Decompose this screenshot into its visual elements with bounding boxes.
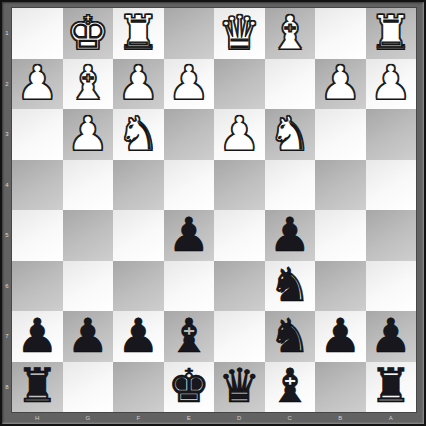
square-f1[interactable]: ♜ [113,8,164,59]
white-pawn-piece: ♟ [319,59,361,106]
white-pawn-piece: ♟ [370,59,412,106]
white-rook-piece: ♜ [117,9,159,56]
square-b2[interactable]: ♟ [315,59,366,110]
white-pawn-piece: ♟ [117,59,159,106]
rank-label-3: 3 [2,109,12,160]
white-bishop-piece: ♝ [269,9,311,56]
file-labels: HGFEDCBA [12,412,416,424]
square-a5[interactable] [366,210,417,261]
black-rook-piece: ♜ [370,362,412,409]
square-h1[interactable] [12,8,63,59]
black-pawn-piece: ♟ [168,211,210,258]
square-g4[interactable] [63,160,114,211]
white-pawn-piece: ♟ [168,59,210,106]
square-f5[interactable] [113,210,164,261]
square-g2[interactable]: ♝ [63,59,114,110]
square-b7[interactable]: ♟ [315,311,366,362]
file-label-a: A [366,412,417,424]
square-e5[interactable]: ♟ [164,210,215,261]
black-king-piece: ♚ [168,362,210,409]
square-a6[interactable] [366,261,417,312]
chess-board: ♚♜♛♝♜♟♝♟♟♟♟♟♞♟♞♟♟♞♟♟♟♝♞♟♟♜♚♛♝♜ [12,8,416,412]
square-d5[interactable] [214,210,265,261]
square-b8[interactable] [315,362,366,413]
square-e8[interactable]: ♚ [164,362,215,413]
file-label-d: D [214,412,265,424]
square-g3[interactable]: ♟ [63,109,114,160]
square-g7[interactable]: ♟ [63,311,114,362]
square-a1[interactable]: ♜ [366,8,417,59]
white-pawn-piece: ♟ [67,110,109,157]
square-e1[interactable] [164,8,215,59]
square-h4[interactable] [12,160,63,211]
square-e4[interactable] [164,160,215,211]
square-g1[interactable]: ♚ [63,8,114,59]
rank-label-4: 4 [2,160,12,211]
square-c4[interactable] [265,160,316,211]
square-f8[interactable] [113,362,164,413]
square-c2[interactable] [265,59,316,110]
square-g5[interactable] [63,210,114,261]
rank-label-6: 6 [2,261,12,312]
chess-board-window: 12345678 ♚♜♛♝♜♟♝♟♟♟♟♟♞♟♞♟♟♞♟♟♟♝♞♟♟♜♚♛♝♜ … [0,0,426,426]
rank-label-2: 2 [2,59,12,110]
square-d3[interactable]: ♟ [214,109,265,160]
square-c1[interactable]: ♝ [265,8,316,59]
square-f7[interactable]: ♟ [113,311,164,362]
square-f6[interactable] [113,261,164,312]
square-c3[interactable]: ♞ [265,109,316,160]
white-pawn-piece: ♟ [16,59,58,106]
file-label-f: F [113,412,164,424]
rank-label-5: 5 [2,210,12,261]
square-f4[interactable] [113,160,164,211]
square-d1[interactable]: ♛ [214,8,265,59]
square-h6[interactable] [12,261,63,312]
square-d7[interactable] [214,311,265,362]
black-knight-piece: ♞ [269,312,311,359]
white-knight-piece: ♞ [117,110,159,157]
square-g6[interactable] [63,261,114,312]
square-c6[interactable]: ♞ [265,261,316,312]
square-a7[interactable]: ♟ [366,311,417,362]
square-a3[interactable] [366,109,417,160]
square-b5[interactable] [315,210,366,261]
square-h2[interactable]: ♟ [12,59,63,110]
black-queen-piece: ♛ [218,362,260,409]
black-pawn-piece: ♟ [16,312,58,359]
white-king-piece: ♚ [67,9,109,56]
board-frame: 12345678 ♚♜♛♝♜♟♝♟♟♟♟♟♞♟♞♟♟♞♟♟♟♝♞♟♟♜♚♛♝♜ … [2,2,424,424]
square-e3[interactable] [164,109,215,160]
white-bishop-piece: ♝ [67,59,109,106]
white-pawn-piece: ♟ [218,110,260,157]
square-d2[interactable] [214,59,265,110]
black-knight-piece: ♞ [269,261,311,308]
square-h3[interactable] [12,109,63,160]
square-a8[interactable]: ♜ [366,362,417,413]
square-a4[interactable] [366,160,417,211]
square-b3[interactable] [315,109,366,160]
black-bishop-piece: ♝ [269,362,311,409]
file-label-h: H [12,412,63,424]
square-h5[interactable] [12,210,63,261]
black-pawn-piece: ♟ [117,312,159,359]
rank-label-1: 1 [2,8,12,59]
file-label-c: C [265,412,316,424]
square-e6[interactable] [164,261,215,312]
file-label-g: G [63,412,114,424]
rank-labels: 12345678 [2,8,12,412]
square-b4[interactable] [315,160,366,211]
white-rook-piece: ♜ [370,9,412,56]
black-pawn-piece: ♟ [319,312,361,359]
square-f3[interactable]: ♞ [113,109,164,160]
square-h7[interactable]: ♟ [12,311,63,362]
black-rook-piece: ♜ [16,362,58,409]
square-h8[interactable]: ♜ [12,362,63,413]
black-pawn-piece: ♟ [370,312,412,359]
white-knight-piece: ♞ [269,110,311,157]
square-e7[interactable]: ♝ [164,311,215,362]
square-b1[interactable] [315,8,366,59]
white-queen-piece: ♛ [218,9,260,56]
square-d4[interactable] [214,160,265,211]
square-f2[interactable]: ♟ [113,59,164,110]
black-bishop-piece: ♝ [168,312,210,359]
square-b6[interactable] [315,261,366,312]
square-c7[interactable]: ♞ [265,311,316,362]
square-c5[interactable]: ♟ [265,210,316,261]
square-d6[interactable] [214,261,265,312]
square-g8[interactable] [63,362,114,413]
rank-label-8: 8 [2,362,12,413]
black-pawn-piece: ♟ [269,211,311,258]
black-pawn-piece: ♟ [67,312,109,359]
rank-label-7: 7 [2,311,12,362]
square-a2[interactable]: ♟ [366,59,417,110]
square-c8[interactable]: ♝ [265,362,316,413]
file-label-e: E [164,412,215,424]
square-d8[interactable]: ♛ [214,362,265,413]
file-label-b: B [315,412,366,424]
square-e2[interactable]: ♟ [164,59,215,110]
